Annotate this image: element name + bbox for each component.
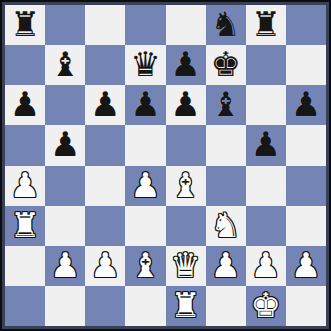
square-f3[interactable]: ♞ xyxy=(206,206,246,246)
piece-white-bishop[interactable]: ♝ xyxy=(170,168,200,202)
square-d4[interactable]: ♟ xyxy=(125,166,165,206)
square-e8[interactable] xyxy=(166,5,206,45)
piece-black-pawn[interactable]: ♟ xyxy=(170,47,200,81)
square-h3[interactable] xyxy=(286,206,326,246)
square-h7[interactable] xyxy=(286,45,326,85)
square-c1[interactable] xyxy=(85,286,125,326)
square-a4[interactable]: ♟ xyxy=(5,166,45,206)
square-b8[interactable] xyxy=(45,5,85,45)
square-a3[interactable]: ♜ xyxy=(5,206,45,246)
square-c8[interactable] xyxy=(85,5,125,45)
square-g4[interactable] xyxy=(246,166,286,206)
square-g2[interactable]: ♟ xyxy=(246,246,286,286)
square-h1[interactable] xyxy=(286,286,326,326)
piece-black-pawn[interactable]: ♟ xyxy=(170,87,200,121)
square-d2[interactable]: ♝ xyxy=(125,246,165,286)
square-b3[interactable] xyxy=(45,206,85,246)
piece-white-knight[interactable]: ♞ xyxy=(210,208,240,242)
square-h5[interactable] xyxy=(286,125,326,165)
piece-black-king[interactable]: ♚ xyxy=(210,47,240,81)
square-b5[interactable]: ♟ xyxy=(45,125,85,165)
piece-black-pawn[interactable]: ♟ xyxy=(50,127,80,161)
square-h2[interactable]: ♟ xyxy=(286,246,326,286)
square-a1[interactable] xyxy=(5,286,45,326)
piece-white-rook[interactable]: ♜ xyxy=(10,208,40,242)
piece-white-pawn[interactable]: ♟ xyxy=(251,248,281,282)
piece-black-pawn[interactable]: ♟ xyxy=(130,87,160,121)
piece-black-pawn[interactable]: ♟ xyxy=(251,127,281,161)
piece-black-bishop[interactable]: ♝ xyxy=(50,47,80,81)
piece-white-king[interactable]: ♚ xyxy=(251,288,281,322)
piece-white-pawn[interactable]: ♟ xyxy=(210,248,240,282)
square-h8[interactable] xyxy=(286,5,326,45)
square-f4[interactable] xyxy=(206,166,246,206)
square-b2[interactable]: ♟ xyxy=(45,246,85,286)
square-a8[interactable]: ♜ xyxy=(5,5,45,45)
square-c3[interactable] xyxy=(85,206,125,246)
piece-black-bishop[interactable]: ♝ xyxy=(210,87,240,121)
square-d7[interactable]: ♛ xyxy=(125,45,165,85)
square-b7[interactable]: ♝ xyxy=(45,45,85,85)
square-f8[interactable]: ♞ xyxy=(206,5,246,45)
piece-white-queen[interactable]: ♛ xyxy=(170,248,200,282)
square-e6[interactable]: ♟ xyxy=(166,85,206,125)
square-h6[interactable]: ♟ xyxy=(286,85,326,125)
piece-black-pawn[interactable]: ♟ xyxy=(10,87,40,121)
square-e4[interactable]: ♝ xyxy=(166,166,206,206)
square-d1[interactable] xyxy=(125,286,165,326)
square-b4[interactable] xyxy=(45,166,85,206)
square-d6[interactable]: ♟ xyxy=(125,85,165,125)
square-a7[interactable] xyxy=(5,45,45,85)
square-g3[interactable] xyxy=(246,206,286,246)
square-b6[interactable] xyxy=(45,85,85,125)
square-f5[interactable] xyxy=(206,125,246,165)
piece-white-pawn[interactable]: ♟ xyxy=(130,168,160,202)
chess-board-grid: ♜♞♜♝♛♟♚♟♟♟♟♝♟♟♟♟♟♝♜♞♟♟♝♛♟♟♟♜♚ xyxy=(5,5,326,326)
piece-black-rook[interactable]: ♜ xyxy=(10,7,40,41)
piece-white-rook[interactable]: ♜ xyxy=(170,288,200,322)
square-g5[interactable]: ♟ xyxy=(246,125,286,165)
square-g7[interactable] xyxy=(246,45,286,85)
piece-black-queen[interactable]: ♛ xyxy=(130,47,160,81)
square-f7[interactable]: ♚ xyxy=(206,45,246,85)
square-b1[interactable] xyxy=(45,286,85,326)
square-c4[interactable] xyxy=(85,166,125,206)
piece-white-bishop[interactable]: ♝ xyxy=(130,248,160,282)
square-c7[interactable] xyxy=(85,45,125,85)
piece-black-pawn[interactable]: ♟ xyxy=(90,87,120,121)
square-a5[interactable] xyxy=(5,125,45,165)
piece-white-pawn[interactable]: ♟ xyxy=(50,248,80,282)
square-a2[interactable] xyxy=(5,246,45,286)
square-e2[interactable]: ♛ xyxy=(166,246,206,286)
square-e3[interactable] xyxy=(166,206,206,246)
piece-white-pawn[interactable]: ♟ xyxy=(10,168,40,202)
square-e1[interactable]: ♜ xyxy=(166,286,206,326)
square-e5[interactable] xyxy=(166,125,206,165)
square-a6[interactable]: ♟ xyxy=(5,85,45,125)
square-f6[interactable]: ♝ xyxy=(206,85,246,125)
piece-black-rook[interactable]: ♜ xyxy=(251,7,281,41)
piece-black-knight[interactable]: ♞ xyxy=(210,7,240,41)
square-d3[interactable] xyxy=(125,206,165,246)
piece-white-pawn[interactable]: ♟ xyxy=(90,248,120,282)
chess-board: ♜♞♜♝♛♟♚♟♟♟♟♝♟♟♟♟♟♝♜♞♟♟♝♛♟♟♟♜♚ xyxy=(0,0,331,331)
square-f2[interactable]: ♟ xyxy=(206,246,246,286)
square-f1[interactable] xyxy=(206,286,246,326)
square-g6[interactable] xyxy=(246,85,286,125)
square-h4[interactable] xyxy=(286,166,326,206)
square-g8[interactable]: ♜ xyxy=(246,5,286,45)
square-e7[interactable]: ♟ xyxy=(166,45,206,85)
square-d5[interactable] xyxy=(125,125,165,165)
square-d8[interactable] xyxy=(125,5,165,45)
piece-white-pawn[interactable]: ♟ xyxy=(291,248,321,282)
square-c5[interactable] xyxy=(85,125,125,165)
piece-black-pawn[interactable]: ♟ xyxy=(291,87,321,121)
square-c2[interactable]: ♟ xyxy=(85,246,125,286)
square-g1[interactable]: ♚ xyxy=(246,286,286,326)
square-c6[interactable]: ♟ xyxy=(85,85,125,125)
